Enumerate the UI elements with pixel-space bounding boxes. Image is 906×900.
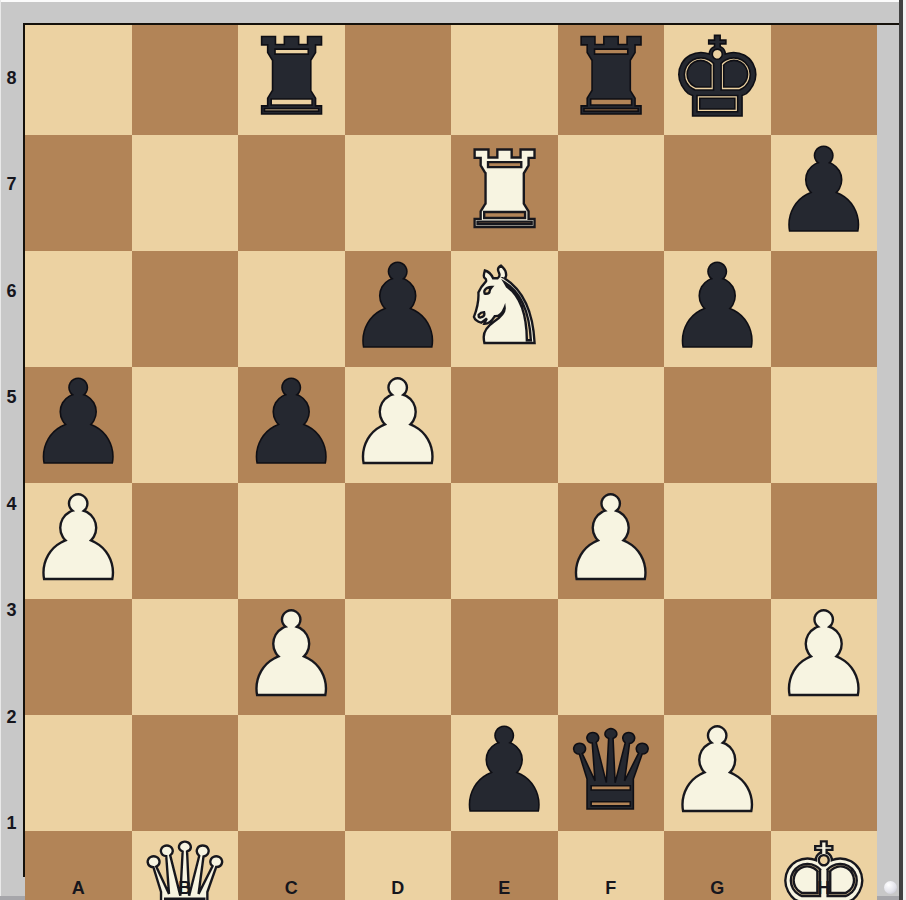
black-pawn[interactable]: ♟ — [239, 365, 343, 481]
square-h6[interactable] — [771, 251, 878, 367]
square-b5[interactable] — [132, 367, 239, 483]
white-pawn[interactable]: ♟ — [239, 597, 343, 713]
rank-label-4: 4 — [0, 451, 23, 558]
square-f2[interactable]: ♛ — [558, 715, 665, 831]
white-pawn[interactable]: ♟ — [26, 481, 130, 597]
square-g7[interactable] — [664, 135, 771, 251]
file-label-a: A — [25, 877, 132, 900]
square-d7[interactable] — [345, 135, 452, 251]
white-pawn[interactable]: ♟ — [772, 597, 876, 713]
white-knight[interactable]: ♞ — [457, 254, 552, 360]
square-d4[interactable] — [345, 483, 452, 599]
square-h5[interactable] — [771, 367, 878, 483]
square-a4[interactable]: ♟ — [25, 483, 132, 599]
square-h7[interactable]: ♟ — [771, 135, 878, 251]
square-a5[interactable]: ♟ — [25, 367, 132, 483]
square-c4[interactable] — [238, 483, 345, 599]
square-h2[interactable] — [771, 715, 878, 831]
black-queen[interactable]: ♛ — [561, 716, 660, 826]
square-g6[interactable]: ♟ — [664, 251, 771, 367]
square-f8[interactable]: ♜ — [558, 25, 665, 135]
white-pawn[interactable]: ♟ — [665, 713, 769, 829]
rank-label-8: 8 — [0, 25, 23, 132]
square-d8[interactable] — [345, 25, 452, 135]
square-e2[interactable]: ♟ — [451, 715, 558, 831]
square-a2[interactable] — [25, 715, 132, 831]
rank-label-7: 7 — [0, 132, 23, 239]
black-pawn[interactable]: ♟ — [665, 249, 769, 365]
black-pawn[interactable]: ♟ — [772, 133, 876, 249]
black-king[interactable]: ♚ — [668, 23, 767, 133]
square-a8[interactable] — [25, 25, 132, 135]
file-label-f: F — [558, 877, 665, 900]
square-b3[interactable] — [132, 599, 239, 715]
window-bevel-top — [0, 0, 906, 2]
square-b2[interactable] — [132, 715, 239, 831]
rank-label-2: 2 — [0, 664, 23, 771]
square-e3[interactable] — [451, 599, 558, 715]
square-e4[interactable] — [451, 483, 558, 599]
rank-label-5: 5 — [0, 345, 23, 452]
square-g3[interactable] — [664, 599, 771, 715]
square-g8[interactable]: ♚ — [664, 25, 771, 135]
square-f5[interactable] — [558, 367, 665, 483]
square-g4[interactable] — [664, 483, 771, 599]
square-d3[interactable] — [345, 599, 452, 715]
file-label-b: B — [132, 877, 239, 900]
white-pawn[interactable]: ♟ — [346, 365, 450, 481]
black-pawn[interactable]: ♟ — [452, 713, 556, 829]
file-label-e: E — [451, 877, 558, 900]
square-b7[interactable] — [132, 135, 239, 251]
square-e6[interactable]: ♞ — [451, 251, 558, 367]
square-a7[interactable] — [25, 135, 132, 251]
square-c8[interactable]: ♜ — [238, 25, 345, 135]
square-f6[interactable] — [558, 251, 665, 367]
square-f3[interactable] — [558, 599, 665, 715]
black-pawn[interactable]: ♟ — [346, 249, 450, 365]
black-rook[interactable]: ♜ — [244, 25, 339, 131]
square-c2[interactable] — [238, 715, 345, 831]
square-c5[interactable]: ♟ — [238, 367, 345, 483]
file-labels: ABCDEFGH — [25, 877, 877, 900]
rank-label-3: 3 — [0, 558, 23, 665]
square-f4[interactable]: ♟ — [558, 483, 665, 599]
white-pawn[interactable]: ♟ — [559, 481, 663, 597]
square-h8[interactable] — [771, 25, 878, 135]
square-f7[interactable] — [558, 135, 665, 251]
square-h4[interactable] — [771, 483, 878, 599]
square-e8[interactable] — [451, 25, 558, 135]
rank-labels: 87654321 — [0, 25, 23, 877]
square-g5[interactable] — [664, 367, 771, 483]
square-b6[interactable] — [132, 251, 239, 367]
square-c3[interactable]: ♟ — [238, 599, 345, 715]
file-label-d: D — [345, 877, 452, 900]
black-pawn[interactable]: ♟ — [26, 365, 130, 481]
square-a6[interactable] — [25, 251, 132, 367]
rank-label-1: 1 — [0, 771, 23, 878]
square-b4[interactable] — [132, 483, 239, 599]
square-a3[interactable] — [25, 599, 132, 715]
square-d5[interactable]: ♟ — [345, 367, 452, 483]
black-rook[interactable]: ♜ — [563, 25, 658, 131]
square-e7[interactable]: ♜ — [451, 135, 558, 251]
square-d6[interactable]: ♟ — [345, 251, 452, 367]
square-h3[interactable]: ♟ — [771, 599, 878, 715]
square-g2[interactable]: ♟ — [664, 715, 771, 831]
square-b8[interactable] — [132, 25, 239, 135]
file-label-g: G — [664, 877, 771, 900]
chess-board[interactable]: ♜♜♚♜♟♟♞♟♟♟♟♟♟♟♟♟♛♟♛♚ — [25, 25, 877, 877]
rank-label-6: 6 — [0, 238, 23, 345]
square-e5[interactable] — [451, 367, 558, 483]
file-label-c: C — [238, 877, 345, 900]
square-d2[interactable] — [345, 715, 452, 831]
file-label-h: H — [771, 877, 878, 900]
white-rook[interactable]: ♜ — [457, 138, 552, 244]
resize-gripper-dot — [884, 881, 897, 894]
square-c6[interactable] — [238, 251, 345, 367]
square-c7[interactable] — [238, 135, 345, 251]
